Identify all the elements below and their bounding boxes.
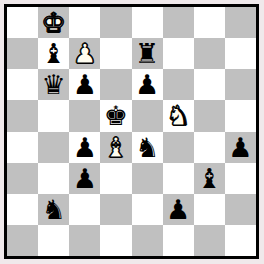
- square-a1[interactable]: [7, 225, 38, 256]
- white-knight-piece[interactable]: ♞: [166, 102, 190, 129]
- square-e3[interactable]: [132, 163, 163, 194]
- square-b6[interactable]: ♛: [38, 69, 69, 100]
- square-e7[interactable]: ♜: [132, 38, 163, 69]
- square-e2[interactable]: [132, 194, 163, 225]
- square-c1[interactable]: [69, 225, 100, 256]
- white-bishop-piece[interactable]: ♝: [104, 134, 128, 161]
- square-b4[interactable]: [38, 132, 69, 163]
- square-g2[interactable]: [194, 194, 225, 225]
- square-g3[interactable]: ♝: [194, 163, 225, 194]
- square-g8[interactable]: [194, 7, 225, 38]
- square-f4[interactable]: [163, 132, 194, 163]
- square-h7[interactable]: [225, 38, 256, 69]
- square-d7[interactable]: [100, 38, 131, 69]
- white-pawn-piece[interactable]: ♟: [73, 40, 97, 67]
- square-h2[interactable]: [225, 194, 256, 225]
- square-e1[interactable]: [132, 225, 163, 256]
- square-e4[interactable]: ♞: [132, 132, 163, 163]
- square-d5[interactable]: ♚: [100, 100, 131, 131]
- black-knight-piece[interactable]: ♞: [135, 134, 159, 161]
- square-c5[interactable]: [69, 100, 100, 131]
- square-d8[interactable]: [100, 7, 131, 38]
- square-c4[interactable]: ♟: [69, 132, 100, 163]
- black-pawn-piece[interactable]: ♟: [228, 134, 252, 161]
- square-g7[interactable]: [194, 38, 225, 69]
- black-bishop-piece[interactable]: ♝: [42, 40, 66, 67]
- square-g5[interactable]: [194, 100, 225, 131]
- black-bishop-piece[interactable]: ♝: [197, 165, 221, 192]
- square-b8[interactable]: ♚: [38, 7, 69, 38]
- black-pawn-piece[interactable]: ♟: [73, 165, 97, 192]
- black-pawn-piece[interactable]: ♟: [135, 71, 159, 98]
- square-d4[interactable]: ♝: [100, 132, 131, 163]
- square-c6[interactable]: ♟: [69, 69, 100, 100]
- square-b3[interactable]: [38, 163, 69, 194]
- square-c7[interactable]: ♟: [69, 38, 100, 69]
- square-e6[interactable]: ♟: [132, 69, 163, 100]
- square-h5[interactable]: [225, 100, 256, 131]
- square-f6[interactable]: [163, 69, 194, 100]
- square-e5[interactable]: [132, 100, 163, 131]
- black-pawn-piece[interactable]: ♟: [73, 71, 97, 98]
- square-d1[interactable]: [100, 225, 131, 256]
- square-f7[interactable]: [163, 38, 194, 69]
- black-knight-piece[interactable]: ♞: [42, 196, 66, 223]
- square-d6[interactable]: [100, 69, 131, 100]
- square-d2[interactable]: [100, 194, 131, 225]
- square-h1[interactable]: [225, 225, 256, 256]
- square-b5[interactable]: [38, 100, 69, 131]
- square-a2[interactable]: [7, 194, 38, 225]
- square-a3[interactable]: [7, 163, 38, 194]
- square-f8[interactable]: [163, 7, 194, 38]
- square-c8[interactable]: [69, 7, 100, 38]
- square-b2[interactable]: ♞: [38, 194, 69, 225]
- square-g1[interactable]: [194, 225, 225, 256]
- black-pawn-piece[interactable]: ♟: [166, 196, 190, 223]
- square-a6[interactable]: [7, 69, 38, 100]
- board-frame: ♚♝♟♜♛♟♟♚♞♟♝♞♟♟♝♞♟: [4, 4, 259, 259]
- white-king-piece[interactable]: ♚: [42, 9, 66, 36]
- square-h8[interactable]: [225, 7, 256, 38]
- square-g6[interactable]: [194, 69, 225, 100]
- square-c3[interactable]: ♟: [69, 163, 100, 194]
- square-a8[interactable]: [7, 7, 38, 38]
- square-a4[interactable]: [7, 132, 38, 163]
- square-h4[interactable]: ♟: [225, 132, 256, 163]
- black-rook-piece[interactable]: ♜: [135, 40, 159, 67]
- square-c2[interactable]: [69, 194, 100, 225]
- square-h3[interactable]: [225, 163, 256, 194]
- black-pawn-piece[interactable]: ♟: [73, 134, 97, 161]
- square-b7[interactable]: ♝: [38, 38, 69, 69]
- black-queen-piece[interactable]: ♛: [42, 71, 66, 98]
- square-f1[interactable]: [163, 225, 194, 256]
- square-a7[interactable]: [7, 38, 38, 69]
- chess-board: ♚♝♟♜♛♟♟♚♞♟♝♞♟♟♝♞♟: [7, 7, 256, 256]
- square-b1[interactable]: [38, 225, 69, 256]
- square-f2[interactable]: ♟: [163, 194, 194, 225]
- square-d3[interactable]: [100, 163, 131, 194]
- black-king-piece[interactable]: ♚: [104, 102, 128, 129]
- square-f5[interactable]: ♞: [163, 100, 194, 131]
- square-e8[interactable]: [132, 7, 163, 38]
- square-g4[interactable]: [194, 132, 225, 163]
- chess-diagram-page: { "game": "chess", "board": { "files": […: [0, 0, 264, 264]
- square-h6[interactable]: [225, 69, 256, 100]
- square-f3[interactable]: [163, 163, 194, 194]
- square-a5[interactable]: [7, 100, 38, 131]
